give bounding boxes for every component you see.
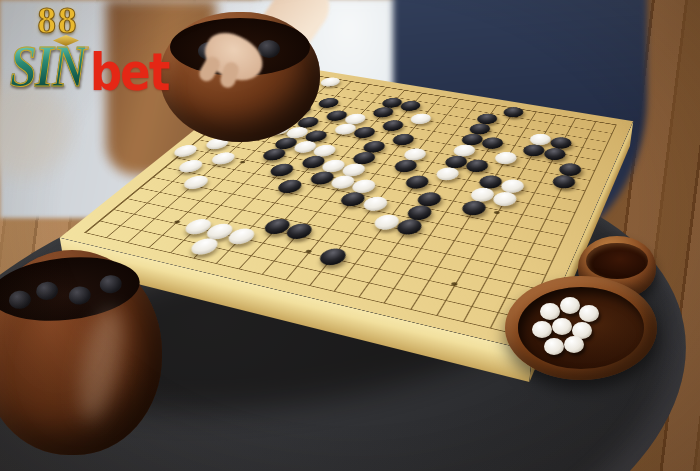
captured-white-stone [540, 303, 560, 320]
dish-interior [518, 287, 644, 369]
bowl-black-stone [99, 274, 123, 294]
white-stone [492, 151, 519, 166]
bowl-black-stone [8, 290, 32, 310]
white-stone [179, 174, 212, 190]
bowl-gloss-highlight [71, 305, 130, 425]
black-stone [315, 97, 342, 109]
hoshi-point [451, 282, 459, 286]
logo-wordmark: SIN bet [10, 38, 185, 98]
white-stone [490, 191, 519, 208]
hoshi-point [239, 161, 246, 164]
black-stone [259, 147, 289, 162]
black-stone [520, 143, 547, 158]
photo-scene: 88 SIN bet [0, 0, 700, 471]
captured-white-stone [532, 321, 552, 338]
black-stone [550, 174, 578, 190]
white-stone [408, 113, 435, 126]
captured-white-stone [560, 297, 580, 314]
black-stone [315, 246, 350, 267]
white-stone [317, 76, 343, 87]
black-stone [390, 133, 418, 147]
white-stone [169, 144, 200, 159]
white-stone [433, 166, 462, 182]
black-stone [459, 199, 489, 217]
captured-white-stone [564, 336, 584, 353]
white-stone [207, 151, 238, 166]
black-stone [370, 106, 397, 119]
black-stone [391, 158, 420, 174]
captured-stones-dish [505, 276, 657, 380]
tea-liquid [586, 243, 648, 279]
black-stone [501, 106, 526, 119]
white-stone [186, 237, 223, 257]
captured-white-stone [552, 318, 572, 335]
logo-suffix-text: bet [90, 46, 169, 98]
black-stone [380, 119, 407, 132]
black-stone [402, 174, 432, 190]
black-stone-bowl-left [0, 250, 162, 455]
bowl-black-stone [35, 281, 59, 301]
black-stone [266, 162, 297, 178]
captured-white-stone [544, 338, 564, 355]
bowl-black-stone [258, 40, 280, 58]
site-logo[interactable]: 88 SIN bet [10, 2, 185, 98]
black-stone [274, 178, 306, 195]
hoshi-point [173, 220, 181, 224]
black-stone [542, 147, 569, 162]
white-stone [174, 159, 206, 175]
hoshi-point [305, 250, 313, 254]
captured-white-stone [579, 305, 599, 322]
bowl-black-stone [68, 285, 92, 305]
hoshi-point [493, 211, 500, 215]
logo-brand-text: SIN [10, 38, 85, 95]
